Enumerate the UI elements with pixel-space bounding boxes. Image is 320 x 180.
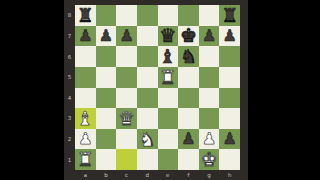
square-e1[interactable] (158, 149, 179, 170)
white-rook-icon[interactable]: ♜ (159, 67, 176, 86)
square-h7[interactable]: ♟ (219, 26, 240, 47)
white-bishop-icon[interactable]: ♝ (77, 108, 94, 127)
square-e2[interactable] (158, 129, 179, 150)
square-e4[interactable] (158, 88, 179, 109)
square-a6[interactable] (75, 46, 96, 67)
square-c8[interactable] (116, 5, 137, 26)
rank-label-2: 2 (64, 129, 75, 150)
square-g3[interactable] (199, 108, 220, 129)
square-b7[interactable]: ♟ (96, 26, 117, 47)
white-pawn-icon[interactable]: ♟ (202, 131, 216, 147)
square-h6[interactable] (219, 46, 240, 67)
rank-labels: 87654321 (64, 5, 75, 170)
square-f7[interactable]: ♚ (178, 26, 199, 47)
square-a2[interactable]: ♟ (75, 129, 96, 150)
square-b6[interactable] (96, 46, 117, 67)
square-d6[interactable] (137, 46, 158, 67)
black-pawn-icon[interactable]: ♟ (99, 27, 113, 43)
rank-label-4: 4 (64, 88, 75, 109)
square-b1[interactable] (96, 149, 117, 170)
square-f6[interactable]: ♞ (178, 46, 199, 67)
black-pawn-icon[interactable]: ♟ (181, 131, 195, 147)
rank-label-1: 1 (64, 149, 75, 170)
square-a8[interactable]: ♜ (75, 5, 96, 26)
square-f2[interactable]: ♟ (178, 129, 199, 150)
rank-label-6: 6 (64, 46, 75, 67)
file-label-c: c (116, 169, 137, 180)
black-pawn-icon[interactable]: ♟ (223, 27, 237, 43)
square-e6[interactable]: ♝ (158, 46, 179, 67)
board-frame: 87654321 ♜♜♟♟♟♛♚♟♟♝♞♜♝♛♟♞♟♟♟♜♚ abcdefgh (64, 0, 248, 180)
square-f4[interactable] (178, 88, 199, 109)
square-d7[interactable] (137, 26, 158, 47)
square-b2[interactable] (96, 129, 117, 150)
square-d2[interactable]: ♞ (137, 129, 158, 150)
black-pawn-icon[interactable]: ♟ (202, 27, 216, 43)
rank-label-5: 5 (64, 67, 75, 88)
white-king-icon[interactable]: ♚ (201, 150, 218, 169)
square-d5[interactable] (137, 67, 158, 88)
chess-board: ♜♜♟♟♟♛♚♟♟♝♞♜♝♛♟♞♟♟♟♜♚ (75, 5, 240, 170)
rank-label-8: 8 (64, 5, 75, 26)
file-labels: abcdefgh (75, 169, 240, 180)
black-queen-icon[interactable]: ♛ (159, 26, 176, 45)
square-g6[interactable] (199, 46, 220, 67)
square-f1[interactable] (178, 149, 199, 170)
white-pawn-icon[interactable]: ♟ (78, 131, 92, 147)
square-c1[interactable] (116, 149, 137, 170)
square-g2[interactable]: ♟ (199, 129, 220, 150)
file-label-h: h (219, 169, 240, 180)
black-pawn-icon[interactable]: ♟ (223, 131, 237, 147)
square-d4[interactable] (137, 88, 158, 109)
file-label-f: f (178, 169, 199, 180)
square-h1[interactable] (219, 149, 240, 170)
square-g1[interactable]: ♚ (199, 149, 220, 170)
file-label-b: b (96, 169, 117, 180)
file-label-d: d (137, 169, 158, 180)
square-b5[interactable] (96, 67, 117, 88)
black-knight-icon[interactable]: ♞ (180, 47, 197, 66)
square-h5[interactable] (219, 67, 240, 88)
square-e5[interactable]: ♜ (158, 67, 179, 88)
black-king-icon[interactable]: ♚ (180, 26, 197, 45)
square-f8[interactable] (178, 5, 199, 26)
white-rook-icon[interactable]: ♜ (77, 150, 94, 169)
square-b8[interactable] (96, 5, 117, 26)
square-e3[interactable] (158, 108, 179, 129)
white-knight-icon[interactable]: ♞ (139, 129, 156, 148)
square-c5[interactable] (116, 67, 137, 88)
square-f3[interactable] (178, 108, 199, 129)
square-d3[interactable] (137, 108, 158, 129)
square-a7[interactable]: ♟ (75, 26, 96, 47)
file-label-e: e (158, 169, 179, 180)
black-pawn-icon[interactable]: ♟ (78, 27, 92, 43)
square-d8[interactable] (137, 5, 158, 26)
square-c4[interactable] (116, 88, 137, 109)
square-c6[interactable] (116, 46, 137, 67)
square-e7[interactable]: ♛ (158, 26, 179, 47)
square-g4[interactable] (199, 88, 220, 109)
square-c2[interactable] (116, 129, 137, 150)
square-a4[interactable] (75, 88, 96, 109)
square-h8[interactable]: ♜ (219, 5, 240, 26)
black-rook-icon[interactable]: ♜ (221, 5, 238, 24)
square-a5[interactable] (75, 67, 96, 88)
square-e8[interactable] (158, 5, 179, 26)
rank-label-3: 3 (64, 108, 75, 129)
square-a3[interactable]: ♝ (75, 108, 96, 129)
white-queen-icon[interactable]: ♛ (118, 108, 135, 127)
square-d1[interactable] (137, 149, 158, 170)
square-a1[interactable]: ♜ (75, 149, 96, 170)
square-c3[interactable]: ♛ (116, 108, 137, 129)
black-bishop-icon[interactable]: ♝ (159, 47, 176, 66)
square-h4[interactable] (219, 88, 240, 109)
square-b3[interactable] (96, 108, 117, 129)
black-rook-icon[interactable]: ♜ (77, 5, 94, 24)
file-label-a: a (75, 169, 96, 180)
square-h3[interactable] (219, 108, 240, 129)
square-b4[interactable] (96, 88, 117, 109)
square-c7[interactable]: ♟ (116, 26, 137, 47)
rank-label-7: 7 (64, 26, 75, 47)
black-pawn-icon[interactable]: ♟ (119, 27, 133, 43)
square-h2[interactable]: ♟ (219, 129, 240, 150)
square-g7[interactable]: ♟ (199, 26, 220, 47)
square-f5[interactable] (178, 67, 199, 88)
file-label-g: g (199, 169, 220, 180)
square-g5[interactable] (199, 67, 220, 88)
square-g8[interactable] (199, 5, 220, 26)
